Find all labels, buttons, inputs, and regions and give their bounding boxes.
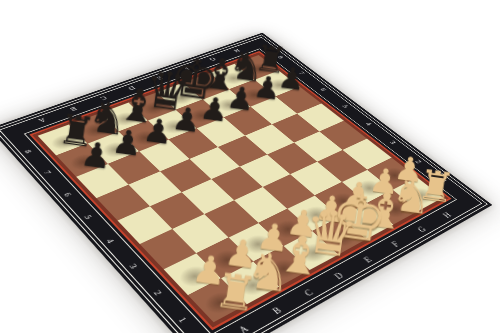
piece-black-pawn-c7[interactable]: ♟ xyxy=(141,112,175,148)
board-tilt-wrapper: ABCDEFGH ABCDEFGH 87654321 87654321 ♜♞♝♛… xyxy=(0,0,500,333)
photo-canvas: ABCDEFGH ABCDEFGH 87654321 87654321 ♜♞♝♛… xyxy=(0,0,500,333)
playing-area: ♜♞♝♛♚♝♞♜♟♟♟♟♟♟♟♟♟♟♟♟♟♟♟♟♜♞♝♛♚♝♞♜ xyxy=(29,51,451,330)
piece-white-rook-a1[interactable]: ♜ xyxy=(212,265,261,318)
rank-label: 5 xyxy=(329,98,362,115)
rank-label: 6 xyxy=(307,81,339,97)
piece-black-pawn-d7[interactable]: ♟ xyxy=(170,101,203,137)
chess-board: ABCDEFGH ABCDEFGH 87654321 87654321 ♜♞♝♛… xyxy=(0,33,492,333)
piece-black-pawn-b7[interactable]: ♟ xyxy=(110,124,144,161)
rank-label: 4 xyxy=(352,115,385,133)
piece-black-pawn-e7[interactable]: ♟ xyxy=(198,91,230,126)
piece-black-pawn-a7[interactable]: ♟ xyxy=(79,136,114,174)
